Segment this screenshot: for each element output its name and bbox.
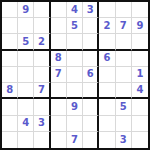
cell-r7c4[interactable]	[51, 99, 67, 115]
cell-r3c8[interactable]	[116, 34, 132, 50]
cell-r3c6[interactable]	[83, 34, 99, 50]
cell-r6c8[interactable]	[116, 83, 132, 99]
cell-r8c3[interactable]: 3	[34, 116, 50, 132]
cell-r5c2[interactable]	[18, 67, 34, 83]
cell-r7c3[interactable]	[34, 99, 50, 115]
cell-r1c4[interactable]	[51, 2, 67, 18]
cell-r5c6[interactable]: 6	[83, 67, 99, 83]
cell-r9c9[interactable]	[132, 132, 148, 148]
cell-r4c9[interactable]	[132, 51, 148, 67]
cell-r4c7[interactable]: 6	[99, 51, 115, 67]
cell-r5c7[interactable]	[99, 67, 115, 83]
cell-r7c6[interactable]	[83, 99, 99, 115]
cell-r3c5[interactable]	[67, 34, 83, 50]
cell-r6c3[interactable]: 7	[34, 83, 50, 99]
cell-r8c9[interactable]	[132, 116, 148, 132]
cell-r2c1[interactable]	[2, 18, 18, 34]
cell-r4c5[interactable]	[67, 51, 83, 67]
cell-r4c6[interactable]	[83, 51, 99, 67]
cell-r5c3[interactable]	[34, 67, 50, 83]
cell-r6c7[interactable]	[99, 83, 115, 99]
cell-r8c2[interactable]: 4	[18, 116, 34, 132]
cell-r5c8[interactable]	[116, 67, 132, 83]
cell-r2c7[interactable]: 2	[99, 18, 115, 34]
cell-r1c5[interactable]: 4	[67, 2, 83, 18]
cell-r2c4[interactable]	[51, 18, 67, 34]
cell-r9c5[interactable]: 7	[67, 132, 83, 148]
cell-r1c7[interactable]	[99, 2, 115, 18]
cell-r1c3[interactable]	[34, 2, 50, 18]
cell-r6c5[interactable]	[67, 83, 83, 99]
cell-r8c1[interactable]	[2, 116, 18, 132]
cell-r5c5[interactable]	[67, 67, 83, 83]
cell-r3c2[interactable]: 5	[18, 34, 34, 50]
cell-r2c2[interactable]	[18, 18, 34, 34]
cell-r9c7[interactable]	[99, 132, 115, 148]
cell-r2c6[interactable]	[83, 18, 99, 34]
cell-r7c2[interactable]	[18, 99, 34, 115]
cell-r1c8[interactable]	[116, 2, 132, 18]
cell-r4c2[interactable]	[18, 51, 34, 67]
cell-r2c5[interactable]: 5	[67, 18, 83, 34]
cell-r3c3[interactable]: 2	[34, 34, 50, 50]
cell-r6c6[interactable]	[83, 83, 99, 99]
cell-r8c7[interactable]	[99, 116, 115, 132]
cell-r7c9[interactable]	[132, 99, 148, 115]
cell-r7c5[interactable]: 9	[67, 99, 83, 115]
cell-r5c4[interactable]: 7	[51, 67, 67, 83]
cell-r9c8[interactable]: 3	[116, 132, 132, 148]
cell-r9c2[interactable]	[18, 132, 34, 148]
cell-r9c6[interactable]	[83, 132, 99, 148]
cell-r4c4[interactable]: 8	[51, 51, 67, 67]
cell-r6c9[interactable]: 4	[132, 83, 148, 99]
cell-r7c1[interactable]	[2, 99, 18, 115]
cell-r7c8[interactable]: 5	[116, 99, 132, 115]
cell-r9c3[interactable]	[34, 132, 50, 148]
cell-r8c8[interactable]	[116, 116, 132, 132]
cell-r3c4[interactable]	[51, 34, 67, 50]
cell-r1c6[interactable]: 3	[83, 2, 99, 18]
cell-r5c9[interactable]: 1	[132, 67, 148, 83]
cell-r4c1[interactable]	[2, 51, 18, 67]
cell-r8c6[interactable]	[83, 116, 99, 132]
cell-r8c5[interactable]	[67, 116, 83, 132]
cell-r2c3[interactable]	[34, 18, 50, 34]
cell-r7c7[interactable]	[99, 99, 115, 115]
sudoku-board: 94352795286761874954373	[0, 0, 150, 150]
cell-r9c1[interactable]	[2, 132, 18, 148]
cell-r2c9[interactable]: 9	[132, 18, 148, 34]
cell-r5c1[interactable]	[2, 67, 18, 83]
cell-r3c1[interactable]	[2, 34, 18, 50]
cell-r2c8[interactable]: 7	[116, 18, 132, 34]
cell-r6c1[interactable]: 8	[2, 83, 18, 99]
cell-r6c2[interactable]	[18, 83, 34, 99]
cell-r9c4[interactable]	[51, 132, 67, 148]
cell-r1c2[interactable]: 9	[18, 2, 34, 18]
cell-r8c4[interactable]	[51, 116, 67, 132]
cell-r1c1[interactable]	[2, 2, 18, 18]
cell-r4c3[interactable]	[34, 51, 50, 67]
cell-r1c9[interactable]	[132, 2, 148, 18]
cell-r3c7[interactable]	[99, 34, 115, 50]
cell-r4c8[interactable]	[116, 51, 132, 67]
cell-r6c4[interactable]	[51, 83, 67, 99]
cell-r3c9[interactable]	[132, 34, 148, 50]
